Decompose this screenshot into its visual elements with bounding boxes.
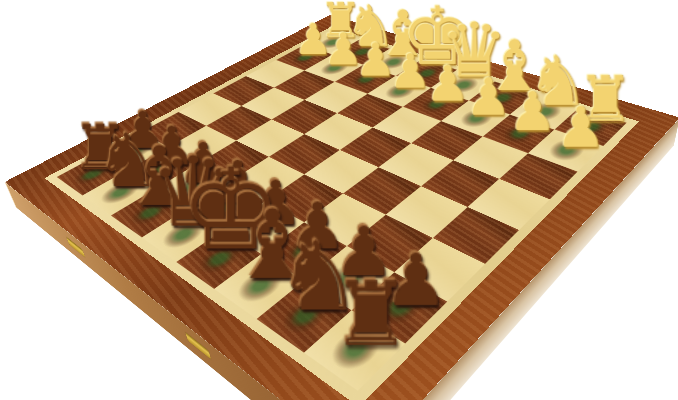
- brass-hinge-icon: [66, 237, 85, 258]
- white-pawn[interactable]: ♟: [426, 58, 470, 107]
- square-c3[interactable]: [411, 121, 483, 160]
- board-grid: ♜♟♟♜♞♟♟♞♝♟♟♝♛♟♟♚♚♟♟♛♝♟♟♝♞♟♟♞♜♟♟♜: [57, 31, 627, 391]
- board-frame: ♜♟♟♜♞♟♟♞♝♟♟♝♛♟♟♚♚♟♟♛♝♟♟♝♞♟♟♞♜♟♟♜: [5, 15, 678, 400]
- black-rook[interactable]: ♜: [331, 270, 411, 359]
- white-pawn[interactable]: ♟: [556, 99, 606, 155]
- white-pawn[interactable]: ♟: [465, 71, 511, 122]
- white-pawn[interactable]: ♟: [509, 84, 557, 138]
- brass-hinge-icon: [185, 332, 211, 359]
- chess-board-3d: ♜♟♟♜♞♟♟♞♝♟♟♝♛♟♟♚♚♟♟♛♝♟♟♝♞♟♟♞♜♟♟♜: [5, 15, 678, 400]
- chess-set-photo: ♜♟♟♜♞♟♟♞♝♟♟♝♛♟♟♚♚♟♟♛♝♟♟♝♞♟♟♞♜♟♟♜: [0, 0, 678, 400]
- maple-border: ♜♟♟♜♞♟♟♞♝♟♟♝♛♟♟♚♚♟♟♛♝♟♟♝♞♟♟♞♜♟♟♜: [45, 27, 640, 400]
